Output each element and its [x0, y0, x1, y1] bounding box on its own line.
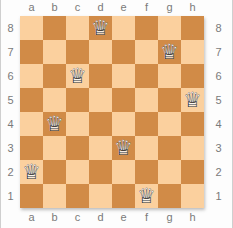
square-c1[interactable] [66, 184, 89, 208]
square-g5[interactable] [158, 88, 181, 112]
white-queen-a2[interactable]: ♛♕ [20, 160, 43, 184]
square-b6[interactable] [43, 64, 66, 88]
rank-label-4: 4 [204, 112, 233, 136]
file-label-h: h [181, 208, 204, 227]
rank-label-1: 1 [1, 184, 20, 208]
file-labels-top: abcdefgh [20, 0, 204, 15]
file-labels-bottom: abcdefgh [20, 208, 204, 227]
rank-label-7: 7 [204, 40, 233, 64]
square-b8[interactable] [43, 16, 66, 40]
file-label-c: c [66, 208, 89, 227]
file-label-a: a [20, 0, 43, 15]
chessboard-widget: abcdefgh 87654321 ♛♕♛♕♛♕♛♕♛♕♛♕♛♕♛♕ 87654… [0, 0, 233, 228]
square-g4[interactable] [158, 112, 181, 136]
rank-label-4: 4 [1, 112, 20, 136]
square-b1[interactable] [43, 184, 66, 208]
square-a8[interactable] [20, 16, 43, 40]
white-queen-h5[interactable]: ♛♕ [181, 88, 204, 112]
square-f8[interactable] [135, 16, 158, 40]
queen-glyph-outline: ♕ [68, 64, 87, 88]
square-b4[interactable]: ♛♕ [43, 112, 66, 136]
file-label-b: b [43, 208, 66, 227]
file-label-d: d [89, 208, 112, 227]
square-h3[interactable] [181, 136, 204, 160]
square-d1[interactable] [89, 184, 112, 208]
square-g7[interactable]: ♛♕ [158, 40, 181, 64]
file-label-e: e [112, 208, 135, 227]
square-a4[interactable] [20, 112, 43, 136]
square-c7[interactable] [66, 40, 89, 64]
square-b7[interactable] [43, 40, 66, 64]
square-h2[interactable] [181, 160, 204, 184]
white-queen-e3[interactable]: ♛♕ [112, 136, 135, 160]
white-queen-d8[interactable]: ♛♕ [89, 16, 112, 40]
square-h7[interactable] [181, 40, 204, 64]
square-d4[interactable] [89, 112, 112, 136]
queen-glyph-outline: ♕ [45, 112, 64, 136]
queen-glyph-outline: ♕ [114, 136, 133, 160]
square-f3[interactable] [135, 136, 158, 160]
square-c4[interactable] [66, 112, 89, 136]
square-e3[interactable]: ♛♕ [112, 136, 135, 160]
square-e4[interactable] [112, 112, 135, 136]
square-b2[interactable] [43, 160, 66, 184]
square-c2[interactable] [66, 160, 89, 184]
square-d5[interactable] [89, 88, 112, 112]
rank-labels-left: 87654321 [1, 16, 20, 208]
square-h1[interactable] [181, 184, 204, 208]
white-queen-c6[interactable]: ♛♕ [66, 64, 89, 88]
square-d2[interactable] [89, 160, 112, 184]
rank-label-6: 6 [204, 64, 233, 88]
square-b5[interactable] [43, 88, 66, 112]
queen-glyph-outline: ♕ [160, 40, 179, 64]
queen-glyph-outline: ♕ [137, 184, 156, 208]
file-label-a: a [20, 208, 43, 227]
square-e5[interactable] [112, 88, 135, 112]
rank-label-8: 8 [1, 16, 20, 40]
square-c8[interactable] [66, 16, 89, 40]
file-label-g: g [158, 208, 181, 227]
square-h4[interactable] [181, 112, 204, 136]
square-h6[interactable] [181, 64, 204, 88]
file-label-c: c [66, 0, 89, 15]
square-f7[interactable] [135, 40, 158, 64]
file-label-b: b [43, 0, 66, 15]
file-label-f: f [135, 0, 158, 15]
square-f5[interactable] [135, 88, 158, 112]
file-label-d: d [89, 0, 112, 15]
square-g8[interactable] [158, 16, 181, 40]
square-a6[interactable] [20, 64, 43, 88]
rank-label-6: 6 [1, 64, 20, 88]
square-g2[interactable] [158, 160, 181, 184]
rank-label-8: 8 [204, 16, 233, 40]
file-label-e: e [112, 0, 135, 15]
white-queen-f1[interactable]: ♛♕ [135, 184, 158, 208]
file-label-f: f [135, 208, 158, 227]
rank-label-3: 3 [1, 136, 20, 160]
square-f6[interactable] [135, 64, 158, 88]
white-queen-g7[interactable]: ♛♕ [158, 40, 181, 64]
square-a7[interactable] [20, 40, 43, 64]
white-queen-b4[interactable]: ♛♕ [43, 112, 66, 136]
square-c6[interactable]: ♛♕ [66, 64, 89, 88]
square-e8[interactable] [112, 16, 135, 40]
square-d3[interactable] [89, 136, 112, 160]
square-d6[interactable] [89, 64, 112, 88]
square-f4[interactable] [135, 112, 158, 136]
square-c5[interactable] [66, 88, 89, 112]
square-e2[interactable] [112, 160, 135, 184]
rank-label-5: 5 [204, 88, 233, 112]
rank-labels-right: 87654321 [204, 16, 233, 208]
square-d7[interactable] [89, 40, 112, 64]
square-c3[interactable] [66, 136, 89, 160]
rank-label-5: 5 [1, 88, 20, 112]
square-e7[interactable] [112, 40, 135, 64]
square-g6[interactable] [158, 64, 181, 88]
rank-label-2: 2 [1, 160, 20, 184]
queen-glyph-outline: ♕ [183, 88, 202, 112]
square-g1[interactable] [158, 184, 181, 208]
square-a3[interactable] [20, 136, 43, 160]
square-e6[interactable] [112, 64, 135, 88]
square-a5[interactable] [20, 88, 43, 112]
rank-label-3: 3 [204, 136, 233, 160]
square-h8[interactable] [181, 16, 204, 40]
square-a1[interactable] [20, 184, 43, 208]
square-f1[interactable]: ♛♕ [135, 184, 158, 208]
rank-label-1: 1 [204, 184, 233, 208]
queen-glyph-outline: ♕ [22, 160, 41, 184]
square-a2[interactable]: ♛♕ [20, 160, 43, 184]
square-f2[interactable] [135, 160, 158, 184]
square-e1[interactable] [112, 184, 135, 208]
board: ♛♕♛♕♛♕♛♕♛♕♛♕♛♕♛♕ [20, 16, 204, 208]
square-h5[interactable]: ♛♕ [181, 88, 204, 112]
square-g3[interactable] [158, 136, 181, 160]
queen-glyph-outline: ♕ [91, 16, 110, 40]
rank-label-7: 7 [1, 40, 20, 64]
file-label-h: h [181, 0, 204, 15]
square-d8[interactable]: ♛♕ [89, 16, 112, 40]
file-label-g: g [158, 0, 181, 15]
square-b3[interactable] [43, 136, 66, 160]
rank-label-2: 2 [204, 160, 233, 184]
